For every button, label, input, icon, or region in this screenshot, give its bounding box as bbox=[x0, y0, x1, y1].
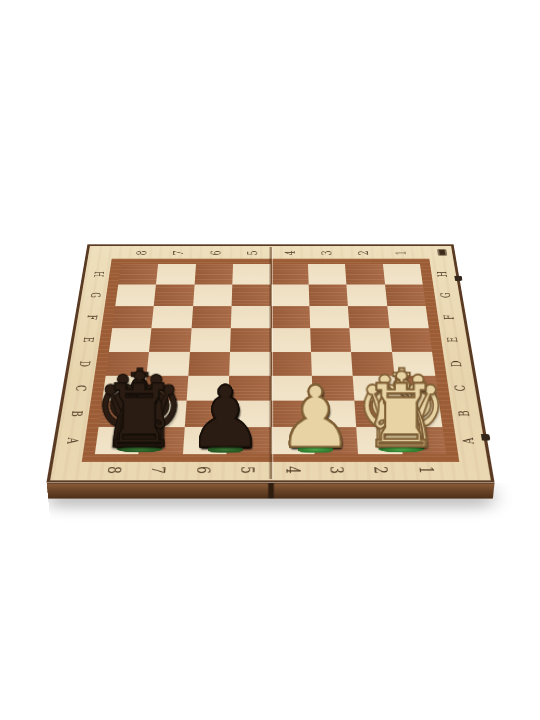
photo-scene: 87654321 87654321 HGFEDCBA HGFEDCBA ♜♞♝♛… bbox=[0, 0, 540, 720]
square-h4[interactable] bbox=[270, 264, 308, 285]
file-label-right-a: A bbox=[445, 433, 491, 449]
square-anchor-a2: ♟ bbox=[277, 394, 354, 457]
square-h5[interactable] bbox=[232, 264, 270, 285]
rank-label-bottom-8: 8 bbox=[100, 456, 129, 485]
square-f5[interactable] bbox=[230, 306, 270, 328]
chess-board: 87654321 87654321 HGFEDCBA HGFEDCBA ♜♞♝♛… bbox=[46, 244, 494, 482]
square-f8[interactable] bbox=[112, 306, 154, 328]
square-g4[interactable] bbox=[270, 285, 309, 306]
square-e4[interactable] bbox=[270, 328, 310, 351]
square-e6[interactable] bbox=[189, 328, 230, 351]
piece-black-pawn-a7[interactable]: ♟ bbox=[187, 375, 263, 452]
square-e3[interactable] bbox=[310, 328, 351, 351]
square-anchor-a8: ♜ bbox=[91, 394, 191, 457]
square-anchor-a1: ♜ bbox=[349, 394, 449, 457]
square-f1[interactable] bbox=[386, 306, 428, 328]
rank-label-bottom-1: 1 bbox=[411, 456, 440, 485]
square-g6[interactable] bbox=[192, 285, 232, 306]
square-f3[interactable] bbox=[309, 306, 349, 328]
square-f6[interactable] bbox=[191, 306, 231, 328]
square-h2[interactable] bbox=[345, 264, 384, 285]
chess-board-3d: 87654321 87654321 HGFEDCBA HGFEDCBA ♜♞♝♛… bbox=[69, 150, 472, 553]
rank-label-bottom-5: 5 bbox=[235, 456, 261, 485]
square-h6[interactable] bbox=[194, 264, 233, 285]
square-g2[interactable] bbox=[346, 285, 386, 306]
square-g1[interactable] bbox=[384, 285, 425, 306]
square-g7[interactable] bbox=[154, 285, 194, 306]
square-h8[interactable] bbox=[118, 264, 158, 285]
fold-notch bbox=[267, 483, 273, 498]
square-anchor-a7: ♟ bbox=[186, 394, 263, 457]
board-front-edge bbox=[46, 483, 494, 499]
clasp-hook-icon bbox=[480, 433, 490, 440]
square-g5[interactable] bbox=[231, 285, 270, 306]
piece-white-rook-a1[interactable]: ♜ bbox=[362, 373, 440, 452]
rank-label-bottom-2: 2 bbox=[367, 456, 395, 485]
rank-labels-bottom: 87654321 bbox=[91, 462, 449, 478]
square-f2[interactable] bbox=[348, 306, 389, 328]
file-label-left-a: A bbox=[49, 433, 95, 449]
square-h3[interactable] bbox=[307, 264, 346, 285]
square-g8[interactable] bbox=[115, 285, 156, 306]
piece-white-pawn-a2[interactable]: ♟ bbox=[277, 375, 353, 452]
brand-stamp bbox=[437, 249, 447, 255]
square-h7[interactable] bbox=[156, 264, 195, 285]
rank-label-bottom-6: 6 bbox=[190, 456, 217, 485]
clasp-hook-icon bbox=[454, 275, 462, 280]
square-f4[interactable] bbox=[270, 306, 310, 328]
square-f7[interactable] bbox=[151, 306, 192, 328]
square-e5[interactable] bbox=[230, 328, 270, 351]
rank-label-bottom-7: 7 bbox=[145, 456, 173, 485]
rank-label-bottom-3: 3 bbox=[323, 456, 350, 485]
rank-label-bottom-4: 4 bbox=[279, 456, 305, 485]
square-h1[interactable] bbox=[382, 264, 422, 285]
piece-black-rook-a8[interactable]: ♜ bbox=[100, 373, 178, 452]
square-g3[interactable] bbox=[308, 285, 348, 306]
